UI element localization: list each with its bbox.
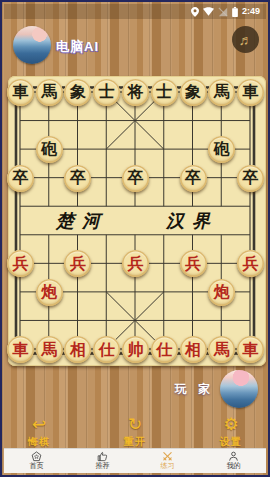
- location-icon: [191, 7, 199, 17]
- pieces-grid: 車馬象士将士象馬車砲砲卒卒卒卒卒兵兵兵兵兵炮炮車馬相仕帅仕相馬車: [6, 78, 265, 364]
- piece-red-相[interactable]: 相: [180, 336, 207, 363]
- piece-black-卒[interactable]: 卒: [64, 165, 91, 192]
- piece-red-仕[interactable]: 仕: [93, 336, 120, 363]
- piece-black-象[interactable]: 象: [180, 79, 207, 106]
- opponent-name: 电脑AI: [56, 38, 99, 56]
- piece-black-卒[interactable]: 卒: [7, 165, 34, 192]
- top-player-bar: 电脑AI ♬: [4, 19, 266, 74]
- undo-label: 悔棋: [28, 435, 50, 449]
- app-frame: 2:49 电脑AI ♬: [0, 0, 270, 477]
- piece-black-卒[interactable]: 卒: [237, 165, 264, 192]
- nav-item-recommend[interactable]: 推荐: [70, 451, 136, 470]
- status-bar: 2:49: [4, 4, 266, 19]
- opponent-avatar[interactable]: [13, 26, 51, 64]
- settings-icon: ⚙: [223, 416, 238, 435]
- piece-black-卒[interactable]: 卒: [180, 165, 207, 192]
- piece-red-兵[interactable]: 兵: [64, 250, 91, 277]
- piece-red-炮[interactable]: 炮: [208, 279, 235, 306]
- piece-red-車[interactable]: 車: [237, 336, 264, 363]
- nav-label-home: 首页: [30, 463, 44, 471]
- piece-red-車[interactable]: 車: [7, 336, 34, 363]
- music-note-icon: ♬: [239, 33, 253, 47]
- piece-black-卒[interactable]: 卒: [122, 165, 149, 192]
- nav-item-practice[interactable]: 练习: [135, 451, 201, 470]
- restart-label: 重开: [124, 435, 146, 449]
- piece-red-馬[interactable]: 馬: [208, 336, 235, 363]
- nav-label-profile: 我的: [226, 463, 240, 471]
- restart-icon: ↻: [128, 416, 142, 435]
- undo-move-button[interactable]: ↩ 悔棋: [28, 416, 50, 449]
- player-name: 玩 家: [175, 381, 214, 398]
- signal-icon: [218, 7, 228, 17]
- piece-black-士[interactable]: 士: [93, 79, 120, 106]
- piece-red-炮[interactable]: 炮: [36, 279, 63, 306]
- xiangqi-board[interactable]: 楚河 汉界 車馬象士将士象馬車砲砲卒卒卒卒卒兵兵兵兵兵炮炮車馬相仕帅仕相馬車: [8, 76, 266, 366]
- nav-item-profile[interactable]: 我的: [201, 451, 267, 470]
- nav-label-recommend: 推荐: [95, 463, 109, 471]
- piece-black-士[interactable]: 士: [151, 79, 178, 106]
- piece-red-仕[interactable]: 仕: [151, 336, 178, 363]
- piece-red-馬[interactable]: 馬: [36, 336, 63, 363]
- nav-label-practice: 练习: [161, 463, 175, 471]
- piece-black-砲[interactable]: 砲: [36, 136, 63, 163]
- piece-red-兵[interactable]: 兵: [122, 250, 149, 277]
- restart-button[interactable]: ↻ 重开: [124, 416, 146, 449]
- piece-black-馬[interactable]: 馬: [36, 79, 63, 106]
- player-avatar[interactable]: [220, 370, 258, 408]
- status-time: 2:49: [242, 7, 260, 16]
- piece-black-車[interactable]: 車: [7, 79, 34, 106]
- music-button[interactable]: ♬: [232, 26, 259, 53]
- piece-red-相[interactable]: 相: [64, 336, 91, 363]
- settings-label: 设置: [220, 435, 242, 449]
- piece-red-兵[interactable]: 兵: [237, 250, 264, 277]
- piece-black-将[interactable]: 将: [122, 79, 149, 106]
- settings-button[interactable]: ⚙ 设置: [220, 416, 242, 449]
- piece-black-象[interactable]: 象: [64, 79, 91, 106]
- piece-red-帅[interactable]: 帅: [122, 336, 149, 363]
- piece-red-兵[interactable]: 兵: [7, 250, 34, 277]
- piece-black-馬[interactable]: 馬: [208, 79, 235, 106]
- bottom-player-bar: 玩 家: [4, 366, 266, 411]
- undo-icon: ↩: [32, 416, 46, 435]
- piece-black-車[interactable]: 車: [237, 79, 264, 106]
- piece-red-兵[interactable]: 兵: [180, 250, 207, 277]
- nav-item-home[interactable]: 首页: [4, 451, 70, 470]
- bottom-nav: 首页 推荐 练习 我的: [4, 448, 266, 473]
- piece-black-砲[interactable]: 砲: [208, 136, 235, 163]
- wifi-icon: [203, 7, 214, 16]
- battery-icon: [232, 7, 238, 17]
